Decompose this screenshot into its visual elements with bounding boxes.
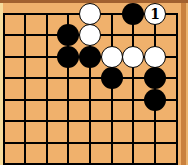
black-stone [144,89,166,111]
move-number-label: 1 [150,6,160,20]
black-stone [122,3,144,25]
board-border-left [0,3,3,165]
white-stone [79,3,101,25]
white-stone [144,46,166,68]
grid-hline-7 [3,142,178,144]
white-stone [101,46,123,68]
board-border-top [0,0,188,3]
board-border-right-edge [186,3,188,165]
grid-hline-6 [3,120,178,122]
grid-hline-8 [3,163,178,165]
black-stone [79,46,101,68]
white-stone [79,24,101,46]
go-diagram: 1 [0,0,188,165]
black-stone [57,46,79,68]
black-stone [101,67,123,89]
black-stone [57,24,79,46]
white-stone-move-1: 1 [144,3,166,25]
white-stone [122,46,144,68]
black-stone [144,67,166,89]
